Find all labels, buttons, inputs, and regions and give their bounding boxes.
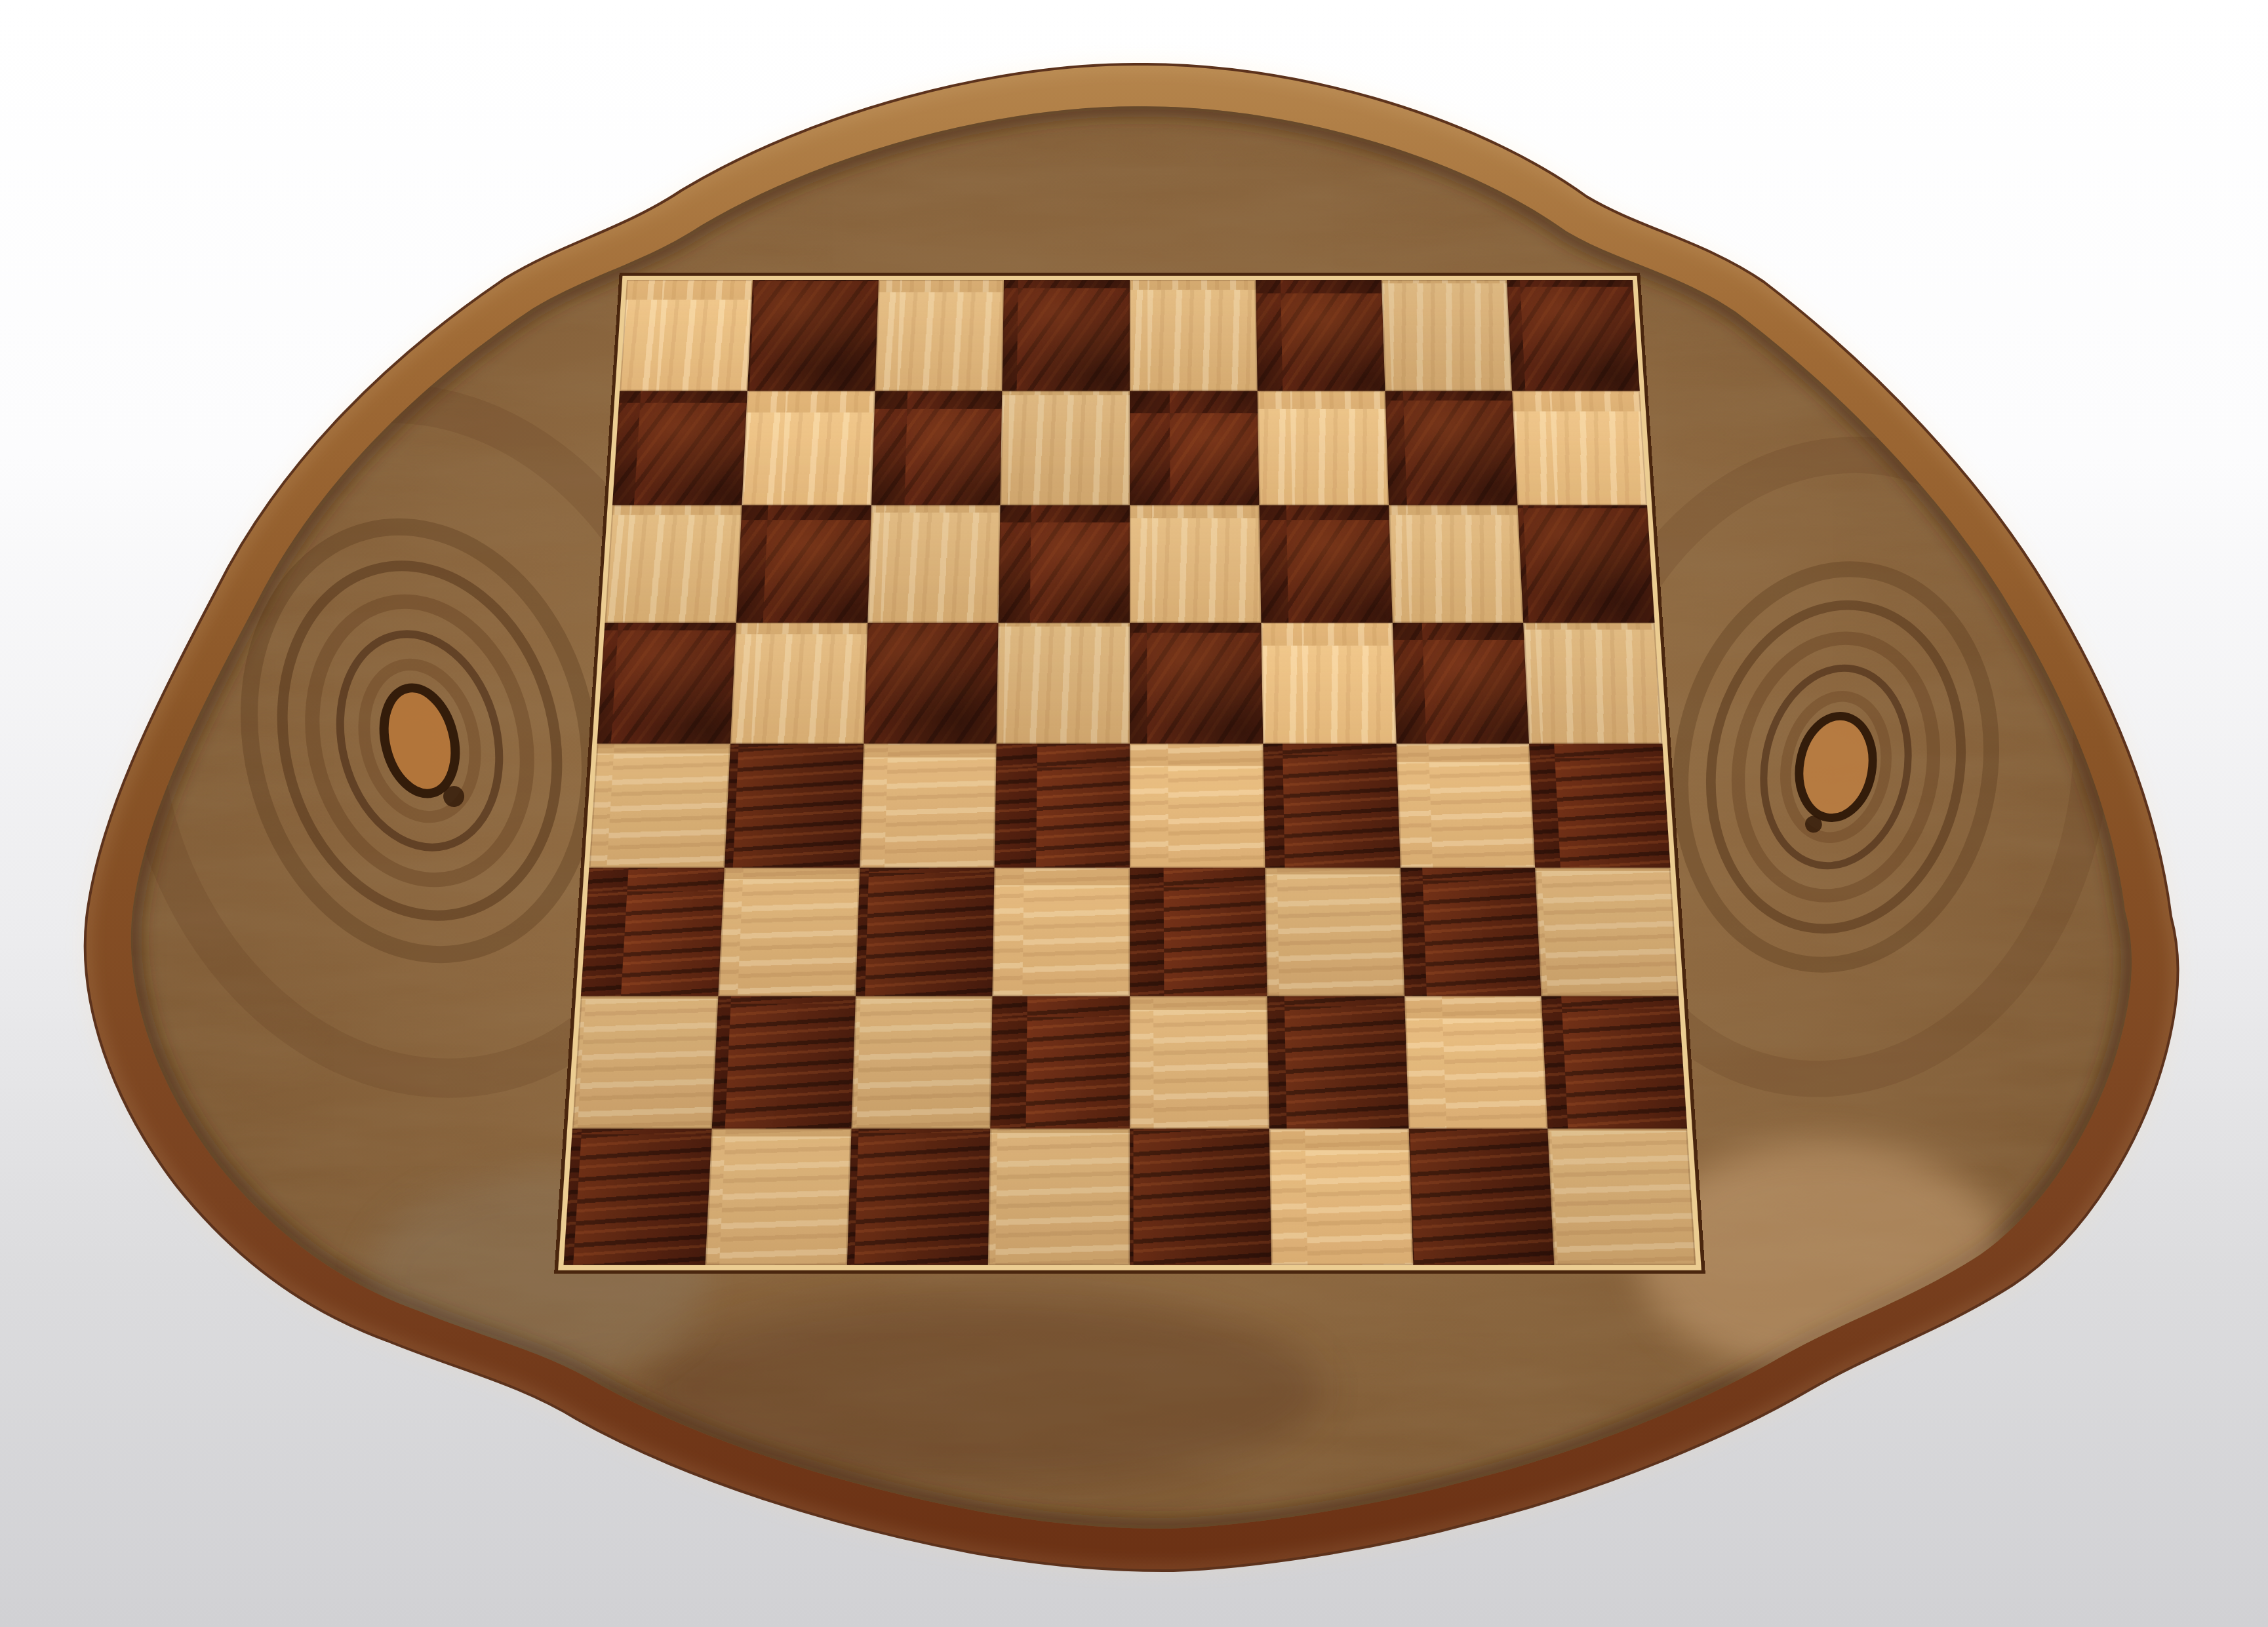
square-e8[interactable] [1130, 280, 1257, 391]
square-a4[interactable] [589, 743, 730, 868]
square-e4[interactable] [1130, 743, 1265, 868]
square-g4[interactable] [1396, 743, 1535, 868]
square-c6[interactable] [867, 505, 1001, 622]
square-g2[interactable] [1404, 996, 1548, 1129]
square-b8[interactable] [747, 280, 879, 391]
square-e2[interactable] [1130, 996, 1269, 1129]
square-h7[interactable] [1512, 391, 1647, 505]
square-a7[interactable] [612, 391, 747, 505]
square-e7[interactable] [1130, 391, 1259, 505]
square-e6[interactable] [1130, 505, 1261, 622]
square-e3[interactable] [1130, 868, 1267, 996]
square-h6[interactable] [1518, 505, 1655, 622]
square-b7[interactable] [742, 391, 875, 505]
square-g3[interactable] [1400, 868, 1542, 996]
square-g5[interactable] [1392, 623, 1529, 743]
square-c3[interactable] [855, 868, 994, 996]
square-g8[interactable] [1382, 280, 1513, 391]
square-c5[interactable] [864, 623, 999, 743]
square-f6[interactable] [1259, 505, 1392, 622]
square-h3[interactable] [1535, 868, 1679, 996]
square-c7[interactable] [871, 391, 1002, 505]
square-g6[interactable] [1389, 505, 1524, 622]
square-d8[interactable] [1003, 280, 1130, 391]
square-e5[interactable] [1130, 623, 1263, 743]
square-f3[interactable] [1265, 868, 1404, 996]
square-h2[interactable] [1542, 996, 1687, 1129]
square-f1[interactable] [1269, 1129, 1413, 1265]
square-f4[interactable] [1263, 743, 1400, 868]
square-c1[interactable] [846, 1129, 990, 1265]
square-d1[interactable] [988, 1129, 1130, 1265]
square-h1[interactable] [1548, 1129, 1696, 1265]
square-h8[interactable] [1507, 280, 1640, 391]
square-f2[interactable] [1267, 996, 1408, 1129]
square-d7[interactable] [1001, 391, 1130, 505]
square-b2[interactable] [711, 996, 855, 1129]
square-b3[interactable] [718, 868, 860, 996]
square-d2[interactable] [990, 996, 1130, 1129]
square-c2[interactable] [851, 996, 993, 1129]
square-d5[interactable] [997, 623, 1130, 743]
square-e1[interactable] [1130, 1129, 1271, 1265]
chessboard [563, 280, 1696, 1265]
square-g7[interactable] [1385, 391, 1518, 505]
square-d6[interactable] [999, 505, 1130, 622]
square-d3[interactable] [993, 868, 1130, 996]
square-f8[interactable] [1256, 280, 1385, 391]
square-f7[interactable] [1257, 391, 1388, 505]
square-a8[interactable] [620, 280, 753, 391]
square-b4[interactable] [725, 743, 864, 868]
square-d4[interactable] [995, 743, 1130, 868]
square-g1[interactable] [1408, 1129, 1555, 1265]
square-a6[interactable] [605, 505, 742, 622]
square-a2[interactable] [572, 996, 718, 1129]
square-h4[interactable] [1529, 743, 1670, 868]
square-a3[interactable] [581, 868, 725, 996]
square-c4[interactable] [860, 743, 997, 868]
photo-stage [0, 0, 2268, 1627]
square-f5[interactable] [1261, 623, 1396, 743]
square-c8[interactable] [875, 280, 1004, 391]
square-b5[interactable] [730, 623, 867, 743]
square-b1[interactable] [705, 1129, 851, 1265]
square-h5[interactable] [1523, 623, 1662, 743]
square-b6[interactable] [736, 505, 871, 622]
square-a1[interactable] [563, 1129, 711, 1265]
square-a5[interactable] [597, 623, 736, 743]
